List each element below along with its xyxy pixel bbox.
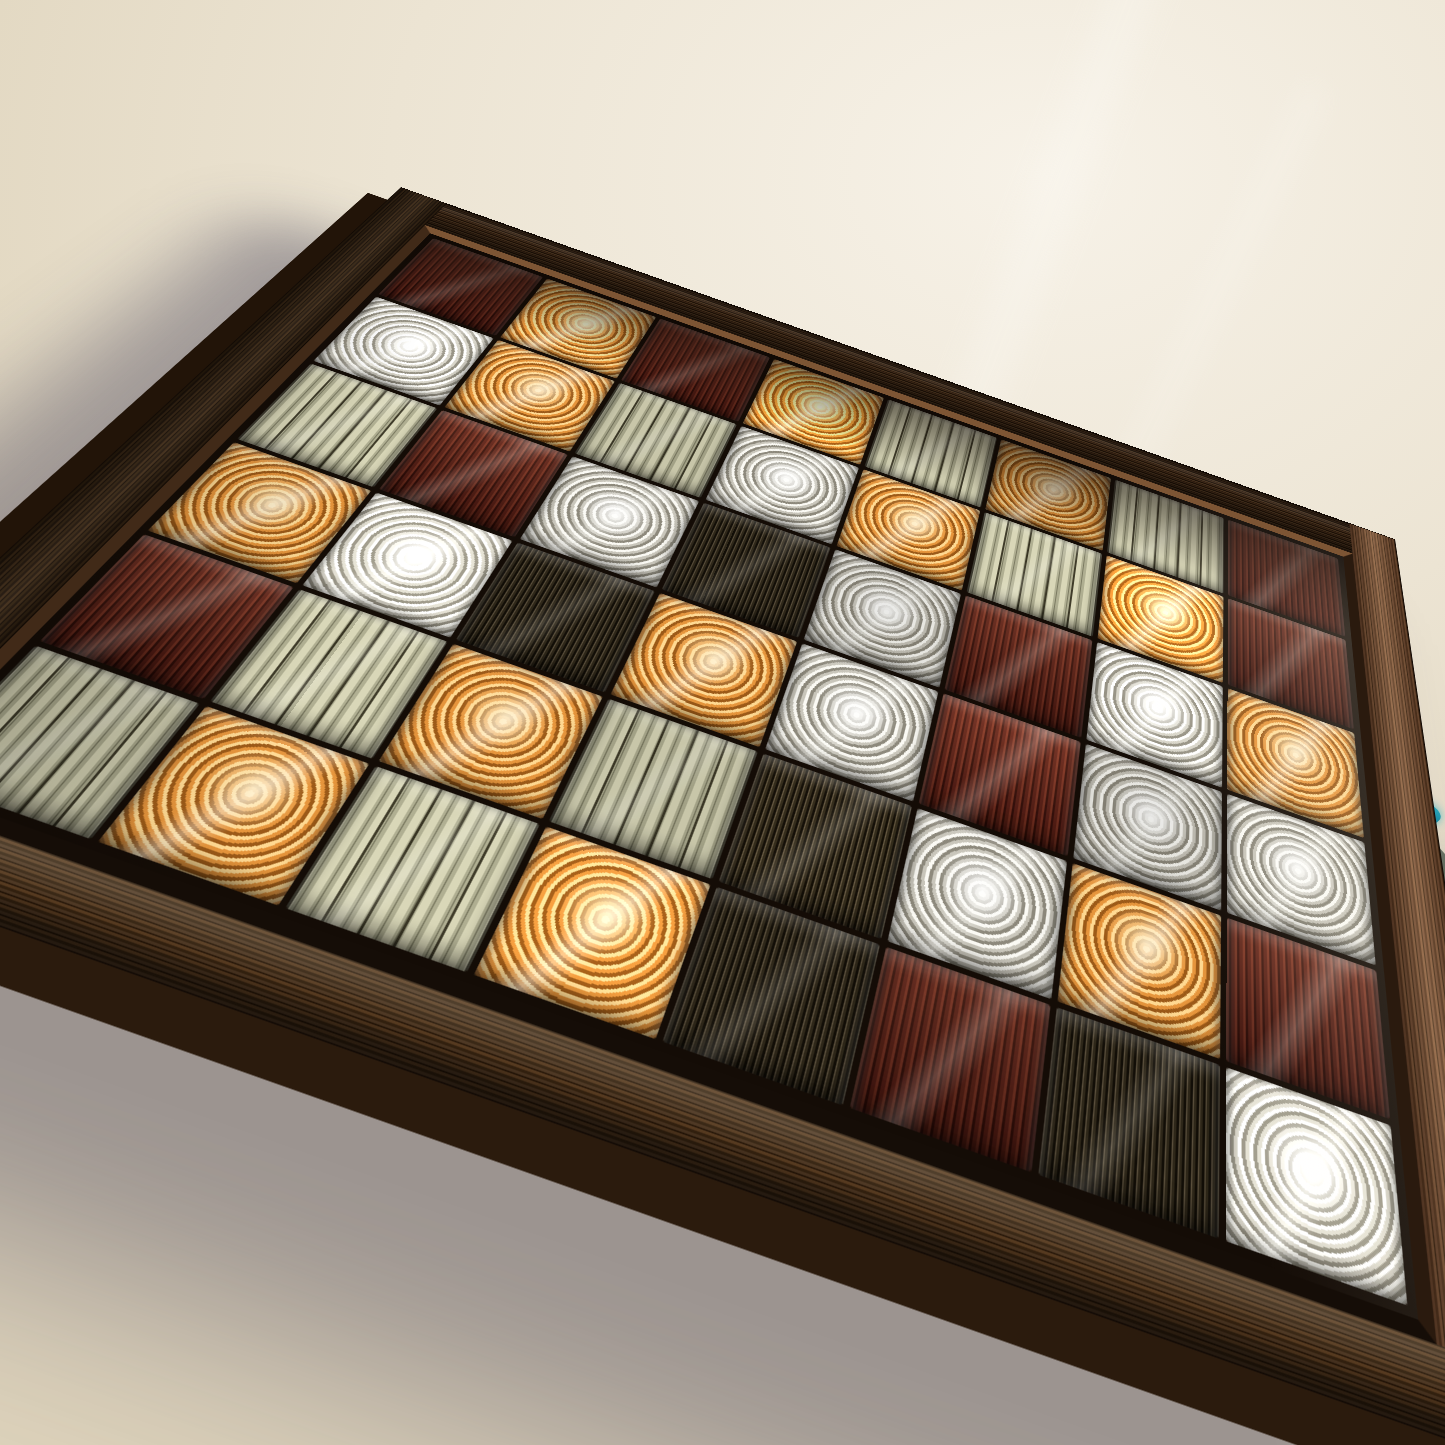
tray-frame <box>0 187 1445 1445</box>
tablecloth-scene <box>0 0 1445 1445</box>
wooden-tray <box>0 187 1445 1445</box>
